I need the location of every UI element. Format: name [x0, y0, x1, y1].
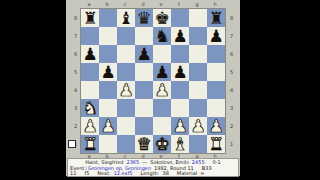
video-frame: abcdefgh 87654321 ♜♝♛♚♜♞♟♟♟♟♟♟♟♟♟♞♟♟♟♟♟♜…	[0, 0, 320, 180]
square-d4[interactable]	[135, 81, 153, 99]
black-bishop-c8: ♝	[117, 9, 135, 27]
black-rook-h8: ♜	[207, 9, 225, 27]
square-f2[interactable]: ♟	[171, 117, 189, 135]
square-h3[interactable]	[207, 99, 225, 117]
square-e3[interactable]	[153, 99, 171, 117]
square-c5[interactable]	[117, 63, 135, 81]
rank-label-5: 5	[230, 63, 233, 81]
white-pawn-e4: ♟	[153, 81, 171, 99]
square-a8[interactable]: ♜	[81, 9, 99, 27]
square-b1[interactable]	[99, 135, 117, 153]
square-g3[interactable]	[189, 99, 207, 117]
rank-label-7: 7	[74, 27, 77, 45]
square-f1[interactable]: ♝	[171, 135, 189, 153]
white-pawn-h2: ♟	[207, 117, 225, 135]
chess-program-window: abcdefgh 87654321 ♜♝♛♚♜♞♟♟♟♟♟♟♟♟♟♞♟♟♟♟♟♜…	[66, 0, 240, 176]
chess-board: ♜♝♛♚♜♞♟♟♟♟♟♟♟♟♟♞♟♟♟♟♟♜♛♚♝♜	[80, 8, 226, 154]
white-pawn-b2: ♟	[99, 117, 117, 135]
move-info-line: 11f5Next:12.exf5Length:38Material=	[68, 171, 238, 177]
file-label-c: c	[116, 1, 134, 7]
file-label-e: e	[152, 1, 170, 7]
square-f3[interactable]	[171, 99, 189, 117]
white-rook-a1: ♜	[81, 135, 99, 153]
black-king-e8: ♚	[153, 9, 171, 27]
square-f8[interactable]	[171, 9, 189, 27]
rank-label-8: 8	[74, 9, 77, 27]
square-a2[interactable]: ♟	[81, 117, 99, 135]
square-f4[interactable]	[171, 81, 189, 99]
square-e2[interactable]	[153, 117, 171, 135]
white-bishop-f1: ♝	[171, 135, 189, 153]
black-pawn-f5: ♟	[171, 63, 189, 81]
square-e4[interactable]: ♟	[153, 81, 171, 99]
file-label-f: f	[170, 1, 188, 7]
square-c2[interactable]	[117, 117, 135, 135]
rank-label-6: 6	[74, 45, 77, 63]
status-bar: Haist, Siegfried2365—Sokolovs, Emils2455…	[67, 158, 239, 177]
square-a3[interactable]: ♞	[81, 99, 99, 117]
last-move: f5	[84, 170, 89, 176]
square-e6[interactable]	[153, 45, 171, 63]
square-b3[interactable]	[99, 99, 117, 117]
square-h6[interactable]	[207, 45, 225, 63]
file-labels-top: abcdefgh	[80, 1, 226, 7]
rank-labels-right: 87654321	[230, 9, 233, 153]
white-king-e1: ♚	[153, 135, 171, 153]
black-pawn-h7: ♟	[207, 27, 225, 45]
black-rook-a8: ♜	[81, 9, 99, 27]
square-g1[interactable]	[189, 135, 207, 153]
square-h2[interactable]: ♟	[207, 117, 225, 135]
square-c6[interactable]	[117, 45, 135, 63]
rank-label-3: 3	[230, 99, 233, 117]
black-queen-d8: ♛	[135, 9, 153, 27]
rank-label-5: 5	[74, 63, 77, 81]
square-b6[interactable]	[99, 45, 117, 63]
square-c3[interactable]	[117, 99, 135, 117]
square-g6[interactable]	[189, 45, 207, 63]
square-d7[interactable]	[135, 27, 153, 45]
square-c7[interactable]	[117, 27, 135, 45]
square-h1[interactable]: ♜	[207, 135, 225, 153]
square-e1[interactable]: ♚	[153, 135, 171, 153]
side-to-move-indicator-white	[68, 140, 76, 148]
square-d1[interactable]: ♛	[135, 135, 153, 153]
square-a7[interactable]	[81, 27, 99, 45]
square-g5[interactable]	[189, 63, 207, 81]
square-g2[interactable]: ♟	[189, 117, 207, 135]
square-a5[interactable]	[81, 63, 99, 81]
rank-label-2: 2	[74, 117, 77, 135]
material-balance: =	[200, 170, 204, 176]
square-b4[interactable]	[99, 81, 117, 99]
square-c8[interactable]: ♝	[117, 9, 135, 27]
rank-label-4: 4	[230, 81, 233, 99]
square-b8[interactable]	[99, 9, 117, 27]
black-pawn-a6: ♟	[81, 45, 99, 63]
square-b5[interactable]: ♟	[99, 63, 117, 81]
rank-label-2: 2	[230, 117, 233, 135]
square-b7[interactable]	[99, 27, 117, 45]
rank-label-6: 6	[230, 45, 233, 63]
file-label-a: a	[80, 1, 98, 7]
square-c4[interactable]: ♟	[117, 81, 135, 99]
file-label-h: h	[206, 1, 224, 7]
white-pawn-f2: ♟	[171, 117, 189, 135]
square-f6[interactable]	[171, 45, 189, 63]
square-h7[interactable]: ♟	[207, 27, 225, 45]
white-pawn-g2: ♟	[189, 117, 207, 135]
file-label-d: d	[134, 1, 152, 7]
black-pawn-e5: ♟	[153, 63, 171, 81]
square-h5[interactable]	[207, 63, 225, 81]
square-a1[interactable]: ♜	[81, 135, 99, 153]
square-e5[interactable]: ♟	[153, 63, 171, 81]
square-d8[interactable]: ♛	[135, 9, 153, 27]
file-label-b: b	[98, 1, 116, 7]
square-c1[interactable]	[117, 135, 135, 153]
square-h4[interactable]	[207, 81, 225, 99]
rank-label-1: 1	[230, 135, 233, 153]
square-e7[interactable]: ♞	[153, 27, 171, 45]
square-d5[interactable]	[135, 63, 153, 81]
square-d3[interactable]	[135, 99, 153, 117]
black-pawn-b5: ♟	[99, 63, 117, 81]
square-d2[interactable]	[135, 117, 153, 135]
white-pawn-a2: ♟	[81, 117, 99, 135]
next-label: Next:	[97, 170, 110, 176]
square-d6[interactable]: ♟	[135, 45, 153, 63]
file-label-g: g	[188, 1, 206, 7]
square-g4[interactable]	[189, 81, 207, 99]
square-a4[interactable]	[81, 81, 99, 99]
white-knight-a3: ♞	[81, 99, 99, 117]
square-f7[interactable]: ♟	[171, 27, 189, 45]
square-b2[interactable]: ♟	[99, 117, 117, 135]
square-h8[interactable]: ♜	[207, 9, 225, 27]
rank-label-4: 4	[74, 81, 77, 99]
rank-label-3: 3	[74, 99, 77, 117]
white-queen-d1: ♛	[135, 135, 153, 153]
rank-labels-left: 87654321	[74, 9, 77, 153]
square-e8[interactable]: ♚	[153, 9, 171, 27]
square-f5[interactable]: ♟	[171, 63, 189, 81]
square-g8[interactable]	[189, 9, 207, 27]
rank-label-7: 7	[230, 27, 233, 45]
square-g7[interactable]	[189, 27, 207, 45]
square-a6[interactable]: ♟	[81, 45, 99, 63]
white-rook-h1: ♜	[207, 135, 225, 153]
material-label: Material	[177, 170, 197, 176]
black-pawn-f7: ♟	[171, 27, 189, 45]
length-label: Length:	[141, 170, 160, 176]
white-pawn-c4: ♟	[117, 81, 135, 99]
last-move-number: 11	[70, 170, 76, 176]
next-move: 12.exf5	[114, 170, 133, 176]
game-result: 0-1	[213, 159, 221, 165]
game-length: 38	[162, 170, 168, 176]
black-pawn-d6: ♟	[135, 45, 153, 63]
black-knight-e7: ♞	[153, 27, 171, 45]
rank-label-8: 8	[230, 9, 233, 27]
